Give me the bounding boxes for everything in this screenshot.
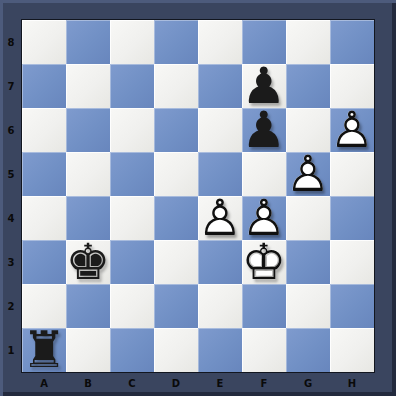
square-d4[interactable] (154, 196, 198, 240)
file-label: H (330, 373, 374, 393)
square-h1[interactable] (330, 328, 374, 372)
square-d3[interactable] (154, 240, 198, 284)
square-f2[interactable] (242, 284, 286, 328)
rank-label: 7 (0, 64, 22, 108)
square-f3[interactable]: ♚♔ (242, 240, 286, 284)
square-g4[interactable] (286, 196, 330, 240)
square-b2[interactable] (66, 284, 110, 328)
square-g7[interactable] (286, 64, 330, 108)
square-c5[interactable] (110, 152, 154, 196)
square-b3[interactable]: ♚ (66, 240, 110, 284)
file-label: A (22, 373, 66, 393)
file-label: D (154, 373, 198, 393)
square-e6[interactable] (198, 108, 242, 152)
file-labels: ABCDEFGH (22, 373, 374, 393)
file-label: E (198, 373, 242, 393)
square-b8[interactable] (66, 20, 110, 64)
square-h8[interactable] (330, 20, 374, 64)
square-b6[interactable] (66, 108, 110, 152)
square-e1[interactable] (198, 328, 242, 372)
square-c2[interactable] (110, 284, 154, 328)
piece-black-rook[interactable]: ♜ (22, 328, 66, 372)
file-label: B (66, 373, 110, 393)
square-f6[interactable]: ♟ (242, 108, 286, 152)
square-g5[interactable]: ♟♙ (286, 152, 330, 196)
square-c7[interactable] (110, 64, 154, 108)
square-c4[interactable] (110, 196, 154, 240)
square-f1[interactable] (242, 328, 286, 372)
square-d6[interactable] (154, 108, 198, 152)
piece-black-pawn[interactable]: ♟ (242, 108, 286, 152)
square-h2[interactable] (330, 284, 374, 328)
piece-white-pawn[interactable]: ♟♙ (330, 108, 374, 152)
square-c8[interactable] (110, 20, 154, 64)
white-pawn-outline: ♙ (198, 196, 242, 240)
square-b7[interactable] (66, 64, 110, 108)
square-a7[interactable] (22, 64, 66, 108)
square-b5[interactable] (66, 152, 110, 196)
square-a5[interactable] (22, 152, 66, 196)
square-h6[interactable]: ♟♙ (330, 108, 374, 152)
square-e4[interactable]: ♟♙ (198, 196, 242, 240)
white-pawn-outline: ♙ (330, 108, 374, 152)
file-label: C (110, 373, 154, 393)
square-d1[interactable] (154, 328, 198, 372)
square-a4[interactable] (22, 196, 66, 240)
file-label: G (286, 373, 330, 393)
square-a1[interactable]: ♜ (22, 328, 66, 372)
square-b1[interactable] (66, 328, 110, 372)
rank-label: 1 (0, 328, 22, 372)
square-a3[interactable] (22, 240, 66, 284)
rank-label: 3 (0, 240, 22, 284)
rank-label: 8 (0, 20, 22, 64)
rank-labels: 87654321 (0, 20, 22, 372)
rank-label: 4 (0, 196, 22, 240)
white-king-outline: ♔ (242, 240, 286, 284)
square-h3[interactable] (330, 240, 374, 284)
square-d8[interactable] (154, 20, 198, 64)
square-d7[interactable] (154, 64, 198, 108)
square-c3[interactable] (110, 240, 154, 284)
piece-white-pawn[interactable]: ♟♙ (286, 152, 330, 196)
chessboard: ♟♟♟♙♟♙♟♙♟♙♚♚♔♜ (22, 20, 374, 372)
rank-label: 2 (0, 284, 22, 328)
square-a8[interactable] (22, 20, 66, 64)
square-d2[interactable] (154, 284, 198, 328)
square-g8[interactable] (286, 20, 330, 64)
file-label: F (242, 373, 286, 393)
square-c6[interactable] (110, 108, 154, 152)
square-e7[interactable] (198, 64, 242, 108)
square-a6[interactable] (22, 108, 66, 152)
square-h4[interactable] (330, 196, 374, 240)
square-e3[interactable] (198, 240, 242, 284)
piece-white-king[interactable]: ♚♔ (242, 240, 286, 284)
square-g3[interactable] (286, 240, 330, 284)
square-c1[interactable] (110, 328, 154, 372)
piece-white-pawn[interactable]: ♟♙ (198, 196, 242, 240)
chessboard-frame: 87654321 ♟♟♟♙♟♙♟♙♟♙♚♚♔♜ ABCDEFGH (0, 0, 396, 396)
white-pawn-outline: ♙ (286, 152, 330, 196)
square-e8[interactable] (198, 20, 242, 64)
square-d5[interactable] (154, 152, 198, 196)
square-h5[interactable] (330, 152, 374, 196)
square-g1[interactable] (286, 328, 330, 372)
square-g2[interactable] (286, 284, 330, 328)
rank-label: 6 (0, 108, 22, 152)
square-e2[interactable] (198, 284, 242, 328)
piece-black-king[interactable]: ♚ (66, 240, 110, 284)
rank-label: 5 (0, 152, 22, 196)
